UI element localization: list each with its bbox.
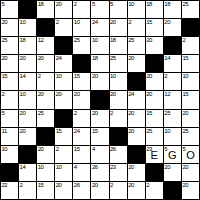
cell-number: 18 [110, 37, 116, 43]
cell-number: 20 [56, 1, 62, 7]
grid-cell-r5c3[interactable]: 2 [37, 73, 54, 90]
black-cell [37, 19, 54, 36]
codeword-board: 5182025510181825201021024202152025181225… [0, 0, 200, 200]
grid-cell-r5c5[interactable]: 15 [73, 73, 90, 90]
cell-number: 18 [38, 1, 44, 7]
grid-cell-r4c11[interactable]: 15 [182, 55, 199, 72]
grid-cell-r8c9[interactable]: 25 [146, 128, 163, 145]
cell-number: 10 [92, 37, 98, 43]
grid-cell-r8c6[interactable]: 15 [91, 128, 108, 145]
cell-number: 25 [146, 128, 152, 134]
black-cell [128, 73, 145, 90]
grid-cell-r8c2[interactable]: 20 [19, 128, 36, 145]
cell-number: 20 [128, 110, 134, 116]
grid-cell-r10c8[interactable]: 20 [128, 164, 145, 181]
grid-cell-r2c6[interactable]: 24 [91, 19, 108, 36]
black-cell [146, 164, 163, 181]
grid-cell-r1c4[interactable]: 20 [55, 1, 72, 18]
cell-number: 2 [38, 73, 41, 79]
cell-number: 15 [2, 73, 8, 79]
black-cell [146, 55, 163, 72]
grid-cell-r3c8[interactable]: 25 [128, 37, 145, 54]
grid-cell-r6c4[interactable]: 20 [55, 91, 72, 108]
grid-cell-r10c3[interactable]: 10 [37, 164, 54, 181]
grid-cell-r2c7[interactable]: 20 [110, 19, 127, 36]
grid-cell-r2c4[interactable]: 2 [55, 19, 72, 36]
cell-number: 20 [128, 182, 134, 188]
grid-cell-r2c8[interactable]: 2 [128, 19, 145, 36]
grid-cell-r7c9[interactable]: 15 [146, 110, 163, 127]
cell-number: 2 [128, 19, 131, 25]
cell-number: 25 [38, 110, 44, 116]
cell-number: 20 [56, 182, 62, 188]
grid-cell-r1c1[interactable]: 5 [1, 1, 18, 18]
cell-number: 20 [38, 91, 44, 97]
grid-cell-r1c7[interactable]: 5 [110, 1, 127, 18]
grid-cell-r11c4[interactable]: 20 [55, 182, 72, 199]
cell-number: 10 [110, 73, 116, 79]
cell-number: 15 [56, 128, 62, 134]
grid-cell-r4c7[interactable]: 25 [110, 55, 127, 72]
grid-cell-r10c7[interactable]: 23 [110, 164, 127, 181]
cell-number: 20 [128, 164, 134, 170]
grid-cell-r3c7[interactable]: 18 [110, 37, 127, 54]
grid-cell-r9c5[interactable]: 15 [73, 146, 90, 163]
grid-cell-r11c2[interactable]: 2 [19, 182, 36, 199]
grid-cell-r7c11[interactable]: 20 [182, 110, 199, 127]
cell-number: 25 [2, 37, 8, 43]
cell-number: 14 [20, 73, 26, 79]
cell-number: 20 [110, 19, 116, 25]
cell-number: 20 [56, 91, 62, 97]
grid-cell-r1c3[interactable]: 18 [37, 1, 54, 18]
black-cell [73, 55, 90, 72]
grid-cell-r5c6[interactable]: 20 [91, 73, 108, 90]
grid-cell-r3c9[interactable]: 20 [146, 37, 163, 54]
cell-letter: O [186, 150, 195, 161]
cell-number: 20 [164, 19, 170, 25]
cell-number: 20 [182, 110, 188, 116]
grid-cell-r7c8[interactable]: 20 [128, 110, 145, 127]
cell-number: 18 [146, 1, 152, 7]
grid-cell-r2c1[interactable]: 20 [1, 19, 18, 36]
grid-cell-r11c9[interactable]: 2 [146, 182, 163, 199]
black-cell [55, 37, 72, 54]
cell-number: 2 [182, 37, 185, 43]
cell-number: 5 [2, 110, 5, 116]
cell-number: 20 [20, 128, 26, 134]
grid-cell-r6c11[interactable]: 15 [182, 91, 199, 108]
cell-number: 15 [146, 110, 152, 116]
black-cell [91, 91, 108, 108]
grid-cell-r10c11[interactable]: 20 [182, 164, 199, 181]
cell-number: 20 [182, 164, 188, 170]
grid-cell-r7c3[interactable]: 25 [37, 110, 54, 127]
cell-number: 10 [20, 19, 26, 25]
cell-number: 20 [2, 55, 8, 61]
grid-cell-r1c11[interactable]: 25 [182, 1, 199, 18]
grid-cell-r9c3[interactable]: 20 [37, 146, 54, 163]
grid-cell-r11c5[interactable]: 26 [73, 182, 90, 199]
grid-cell-r8c8[interactable]: 20 [128, 128, 145, 145]
grid-cell-r1c10[interactable]: 18 [164, 1, 181, 18]
cell-number: 20 [146, 73, 152, 79]
grid-cell-r10c5[interactable]: 4 [73, 164, 90, 181]
grid-cell-r8c11[interactable]: 25 [182, 128, 199, 145]
grid-cell-r6c3[interactable]: 20 [37, 91, 54, 108]
grid-cell-r3c2[interactable]: 18 [19, 37, 36, 54]
cell-number: 4 [92, 146, 95, 152]
grid-cell-r4c4[interactable]: 24 [55, 55, 72, 72]
cell-number: 25 [74, 37, 80, 43]
cell-number: 2 [110, 182, 113, 188]
grid-cell-r11c1[interactable]: 22 [1, 182, 18, 199]
cell-number: 2 [110, 110, 113, 116]
cell-number: 2 [74, 1, 77, 7]
cell-number: 20 [20, 55, 26, 61]
cell-number: 15 [146, 19, 152, 25]
cell-number: 18 [20, 37, 26, 43]
grid-cell-r1c6[interactable]: 5 [91, 1, 108, 18]
grid-cell-r7c10[interactable]: 25 [164, 110, 181, 127]
cell-number: 2 [146, 182, 149, 188]
grid-cell-r1c9[interactable]: 18 [146, 1, 163, 18]
cell-number: 10 [182, 73, 188, 79]
grid-cell-r7c2[interactable]: 20 [19, 110, 36, 127]
grid-cell-r9c10[interactable]: 5G [164, 146, 181, 163]
grid-cell-r10c2[interactable]: 14 [19, 164, 36, 181]
cell-number: 24 [92, 19, 98, 25]
grid-cell-r11c11[interactable]: 20 [182, 182, 199, 199]
grid-cell-r6c9[interactable]: 20 [146, 91, 163, 108]
grid-cell-r6c8[interactable]: 24 [128, 91, 145, 108]
grid-cell-r9c1[interactable]: 10 [1, 146, 18, 163]
black-cell [128, 146, 145, 163]
grid-cell-r7c6[interactable]: 20 [91, 110, 108, 127]
cell-number: 10 [38, 164, 44, 170]
grid-cell-r3c3[interactable]: 12 [37, 37, 54, 54]
grid-cell-r3c11[interactable]: 2 [182, 37, 199, 54]
grid-cell-r7c5[interactable]: 2 [73, 110, 90, 127]
grid-cell-r3c5[interactable]: 25 [73, 37, 90, 54]
cell-number: 5 [182, 146, 185, 152]
cell-number: 14 [164, 55, 170, 61]
cell-number: 26 [74, 182, 80, 188]
cell-number: 18 [164, 1, 170, 7]
cell-number: 11 [2, 128, 7, 134]
cell-number: 18 [92, 55, 98, 61]
cell-number: 24 [128, 91, 134, 97]
cell-number: 23 [146, 146, 152, 152]
grid-cell-r11c3[interactable]: 15 [37, 182, 54, 199]
cell-number: 20 [182, 182, 188, 188]
cell-number: 25 [128, 37, 134, 43]
black-cell [1, 164, 18, 181]
grid-cell-r8c4[interactable]: 15 [55, 128, 72, 145]
cell-number: 10 [56, 164, 62, 170]
black-cell [19, 1, 36, 18]
cell-number: 20 [38, 55, 44, 61]
cell-number: 4 [74, 164, 77, 170]
grid-cell-r4c3[interactable]: 20 [37, 55, 54, 72]
grid-cell-r5c10[interactable]: 2 [164, 73, 181, 90]
grid-cell-r4c1[interactable]: 20 [1, 55, 18, 72]
grid-cell-r11c6[interactable]: 20 [91, 182, 108, 199]
cell-number: 25 [164, 110, 170, 116]
grid-cell-r5c1[interactable]: 15 [1, 73, 18, 90]
grid-cell-r6c2[interactable]: 10 [19, 91, 36, 108]
cell-number: 26 [110, 146, 116, 152]
grid-cell-r4c6[interactable]: 18 [91, 55, 108, 72]
grid-cell-r7c1[interactable]: 5 [1, 110, 18, 127]
cell-number: 20 [2, 19, 8, 25]
grid-cell-r2c10[interactable]: 20 [164, 19, 181, 36]
black-cell [164, 182, 181, 199]
cell-number: 2 [74, 110, 77, 116]
cell-number: 15 [74, 146, 80, 152]
cell-number: 20 [92, 73, 98, 79]
cell-number: 20 [128, 128, 134, 134]
grid-cell-r2c9[interactable]: 15 [146, 19, 163, 36]
cell-number: 15 [74, 73, 80, 79]
grid-cell-r5c4[interactable]: 10 [55, 73, 72, 90]
black-cell [110, 128, 127, 145]
cell-number: 5 [164, 146, 167, 152]
grid-cell-r7c7[interactable]: 2 [110, 110, 127, 127]
grid-cell-r10c10[interactable]: 20 [164, 164, 181, 181]
cell-number: 15 [182, 55, 188, 61]
cell-number: 12 [164, 91, 170, 97]
cell-number: 24 [74, 128, 80, 134]
cell-number: 15 [182, 91, 188, 97]
cell-number: 10 [164, 128, 170, 134]
black-cell [37, 128, 54, 145]
cell-number: 23 [110, 164, 116, 170]
grid-cell-r5c2[interactable]: 14 [19, 73, 36, 90]
cell-number: 20 [164, 164, 170, 170]
grid-cell-r5c9[interactable]: 20 [146, 73, 163, 90]
cell-number: 25 [182, 128, 188, 134]
cell-letter: E [151, 150, 158, 161]
cell-number: 12 [38, 37, 44, 43]
cell-number: 2 [20, 182, 23, 188]
cell-number: 22 [2, 182, 8, 188]
grid-cell-r3c6[interactable]: 10 [91, 37, 108, 54]
cell-number: 25 [110, 55, 116, 61]
black-cell [164, 37, 181, 54]
grid-cell-r8c5[interactable]: 24 [73, 128, 90, 145]
cell-number: 2 [56, 146, 59, 152]
grid-cell-r6c10[interactable]: 12 [164, 91, 181, 108]
grid-cell-r5c7[interactable]: 10 [110, 73, 127, 90]
grid-cell-r9c6[interactable]: 4 [91, 146, 108, 163]
grid-cell-r10c6[interactable]: 26 [91, 164, 108, 181]
cell-number: 20 [38, 146, 44, 152]
grid-cell-r1c8[interactable]: 10 [128, 1, 145, 18]
black-cell [182, 19, 199, 36]
grid-cell-r6c7[interactable]: 20 [110, 91, 127, 108]
cell-number: 20 [128, 55, 134, 61]
cell-number: 10 [128, 1, 134, 7]
cell-number: 20 [92, 110, 98, 116]
cell-number: 20 [146, 91, 152, 97]
grid-cell-r2c5[interactable]: 10 [73, 19, 90, 36]
grid-cell-r10c4[interactable]: 10 [55, 164, 72, 181]
cell-number: 15 [92, 128, 98, 134]
cell-number: 24 [56, 55, 62, 61]
cell-number: 10 [2, 146, 8, 152]
grid-cell-r11c8[interactable]: 20 [128, 182, 145, 199]
grid-cell-r9c4[interactable]: 2 [55, 146, 72, 163]
grid-cell-r6c5[interactable]: 20 [73, 91, 90, 108]
grid-cell-r4c8[interactable]: 20 [128, 55, 145, 72]
cell-number: 20 [110, 91, 116, 97]
black-cell [19, 146, 36, 163]
cell-number: 25 [182, 1, 188, 7]
black-cell [55, 110, 72, 127]
cell-number: 10 [20, 91, 26, 97]
cell-number: 5 [92, 1, 95, 7]
grid-cell-r8c10[interactable]: 10 [164, 128, 181, 145]
cell-letter: G [168, 150, 177, 161]
grid-cell-r3c1[interactable]: 25 [1, 37, 18, 54]
grid-cell-r8c1[interactable]: 11 [1, 128, 18, 145]
cell-number: 10 [56, 73, 62, 79]
cell-number: 14 [20, 164, 26, 170]
cell-number: 20 [74, 91, 80, 97]
cell-number: 2 [2, 91, 5, 97]
grid-cell-r11c7[interactable]: 2 [110, 182, 127, 199]
cell-number: 20 [146, 37, 152, 43]
cell-number: 26 [92, 164, 98, 170]
cell-number: 2 [56, 19, 59, 25]
grid-cell-r9c7[interactable]: 26 [110, 146, 127, 163]
grid-cell-r9c11[interactable]: 5O [182, 146, 199, 163]
cell-number: 20 [20, 110, 26, 116]
grid-cell-r2c2[interactable]: 10 [19, 19, 36, 36]
cell-number: 20 [92, 182, 98, 188]
grid-cell-r9c9[interactable]: 23E [146, 146, 163, 163]
grid-cell-r5c11[interactable]: 10 [182, 73, 199, 90]
cell-number: 5 [2, 1, 5, 7]
cell-number: 5 [110, 1, 113, 7]
cell-number: 15 [38, 182, 44, 188]
cell-number: 2 [164, 73, 167, 79]
cell-number: 10 [74, 19, 80, 25]
grid-cell-r4c2[interactable]: 20 [19, 55, 36, 72]
grid-cell-r4c10[interactable]: 14 [164, 55, 181, 72]
grid-cell-r1c5[interactable]: 2 [73, 1, 90, 18]
grid-cell-r6c1[interactable]: 2 [1, 91, 18, 108]
